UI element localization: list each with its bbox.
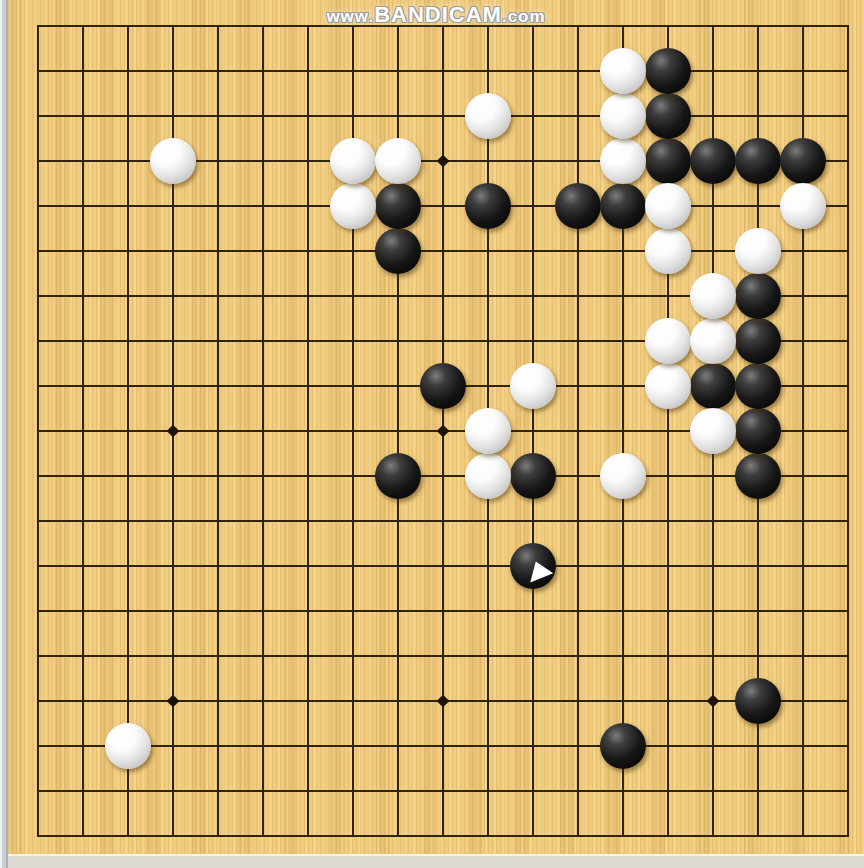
black-stone-N15: [555, 183, 601, 229]
white-stone-P15: [645, 183, 691, 229]
go-board[interactable]: www.BANDICAM.com: [8, 0, 864, 854]
grid-line-h-12: [37, 565, 849, 567]
black-stone-O15: [600, 183, 646, 229]
star-point-D10: [167, 425, 180, 438]
grid-line-h-17: [37, 790, 849, 792]
star-point-D4: [167, 695, 180, 708]
black-stone-R11: [735, 363, 781, 409]
black-stone-R12: [735, 318, 781, 364]
black-stone-R10: [735, 408, 781, 454]
white-stone-H15: [330, 183, 376, 229]
white-stone-C3: [105, 723, 151, 769]
black-stone-R16: [735, 138, 781, 184]
grid-line-v-11: [532, 25, 534, 837]
goban-grid[interactable]: [38, 26, 850, 838]
white-stone-R14: [735, 228, 781, 274]
grid-line-h-16: [37, 745, 849, 747]
black-stone-K11: [420, 363, 466, 409]
watermark-suffix: .com: [502, 7, 546, 26]
white-stone-M11: [510, 363, 556, 409]
grid-line-v-12: [577, 25, 579, 837]
white-stone-J16: [375, 138, 421, 184]
white-stone-O17: [600, 93, 646, 139]
window-bottom-border: [0, 854, 864, 868]
last-move-marker: [510, 543, 556, 589]
go-app-window: www.BANDICAM.com: [0, 0, 864, 868]
white-stone-S15: [780, 183, 826, 229]
window-left-border: [0, 0, 8, 868]
white-stone-L9: [465, 453, 511, 499]
white-stone-L10: [465, 408, 511, 454]
black-stone-Q11: [690, 363, 736, 409]
black-stone-O3: [600, 723, 646, 769]
white-stone-L17: [465, 93, 511, 139]
black-stone-R13: [735, 273, 781, 319]
white-stone-P11: [645, 363, 691, 409]
black-stone-P17: [645, 93, 691, 139]
white-stone-Q12: [690, 318, 736, 364]
star-point-Q4: [707, 695, 720, 708]
grid-line-h-18: [37, 835, 849, 837]
grid-line-h-13: [37, 610, 849, 612]
white-stone-Q13: [690, 273, 736, 319]
grid-line-h-11: [37, 520, 849, 522]
white-stone-P12: [645, 318, 691, 364]
star-point-K10: [437, 425, 450, 438]
white-stone-D16: [150, 138, 196, 184]
black-stone-P16: [645, 138, 691, 184]
star-point-K16: [437, 155, 450, 168]
black-stone-P18: [645, 48, 691, 94]
white-stone-O9: [600, 453, 646, 499]
watermark: www.BANDICAM.com: [8, 1, 864, 31]
white-stone-O18: [600, 48, 646, 94]
white-stone-P14: [645, 228, 691, 274]
grid-line-v-18: [847, 25, 849, 837]
black-stone-S16: [780, 138, 826, 184]
white-stone-O16: [600, 138, 646, 184]
watermark-brand: BANDICAM: [374, 2, 502, 27]
black-stone-Q16: [690, 138, 736, 184]
black-stone-M7: [510, 543, 556, 589]
black-stone-J9: [375, 453, 421, 499]
watermark-prefix: www.: [326, 7, 374, 26]
star-point-K4: [437, 695, 450, 708]
grid-line-h-14: [37, 655, 849, 657]
grid-line-h-10: [37, 475, 849, 477]
black-stone-M9: [510, 453, 556, 499]
black-stone-R9: [735, 453, 781, 499]
black-stone-R4: [735, 678, 781, 724]
white-stone-Q10: [690, 408, 736, 454]
white-stone-H16: [330, 138, 376, 184]
black-stone-J14: [375, 228, 421, 274]
black-stone-J15: [375, 183, 421, 229]
black-stone-L15: [465, 183, 511, 229]
